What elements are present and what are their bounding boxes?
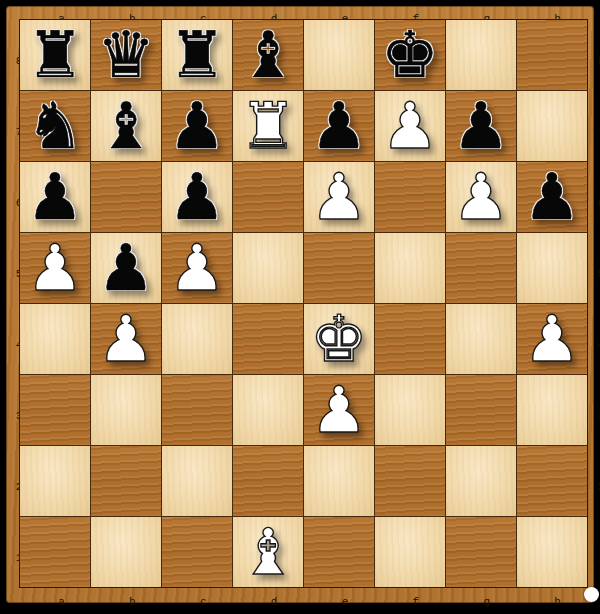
square-g1[interactable] <box>446 517 516 587</box>
square-h4[interactable]: ♟ <box>517 304 587 374</box>
rank-label-right-8: 8 <box>594 26 600 97</box>
square-g4[interactable] <box>446 304 516 374</box>
square-e2[interactable] <box>304 446 374 516</box>
square-a7[interactable]: ♞ <box>20 91 90 161</box>
square-c1[interactable] <box>162 517 232 587</box>
piece-black-knight[interactable]: ♞ <box>26 91 83 161</box>
piece-white-king[interactable]: ♚ <box>310 304 367 374</box>
square-d4[interactable] <box>233 304 303 374</box>
square-c7[interactable]: ♟ <box>162 91 232 161</box>
square-a1[interactable] <box>20 517 90 587</box>
rank-labels-right: 87654321 <box>594 26 600 593</box>
square-d1[interactable]: ♝ <box>233 517 303 587</box>
rank-label-right-5: 5 <box>594 239 600 310</box>
piece-black-pawn[interactable]: ♟ <box>168 91 225 161</box>
square-h1[interactable] <box>517 517 587 587</box>
piece-white-pawn[interactable]: ♟ <box>523 304 580 374</box>
piece-white-pawn[interactable]: ♟ <box>310 162 367 232</box>
chess-board: ♜♛♜♝♚♞♝♟♜♟♟♟♟♟♟♟♟♟♟♟♟♚♟♟♝ <box>20 20 587 587</box>
side-to-move-indicator <box>584 587 599 602</box>
piece-white-pawn[interactable]: ♟ <box>168 233 225 303</box>
file-label-bottom-h: h <box>522 594 593 609</box>
square-b1[interactable] <box>91 517 161 587</box>
piece-black-king[interactable]: ♚ <box>381 20 438 90</box>
square-a4[interactable] <box>20 304 90 374</box>
square-b8[interactable]: ♛ <box>91 20 161 90</box>
piece-white-pawn[interactable]: ♟ <box>26 233 83 303</box>
file-labels-bottom: abcdefgh <box>26 594 593 609</box>
square-c8[interactable]: ♜ <box>162 20 232 90</box>
square-e3[interactable]: ♟ <box>304 375 374 445</box>
square-b5[interactable]: ♟ <box>91 233 161 303</box>
piece-white-pawn[interactable]: ♟ <box>452 162 509 232</box>
square-a8[interactable]: ♜ <box>20 20 90 90</box>
piece-white-pawn[interactable]: ♟ <box>97 304 154 374</box>
file-label-bottom-d: d <box>239 594 310 609</box>
square-f1[interactable] <box>375 517 445 587</box>
rank-label-right-6: 6 <box>594 168 600 239</box>
board-border: ♜♛♜♝♚♞♝♟♜♟♟♟♟♟♟♟♟♟♟♟♟♚♟♟♝ <box>19 19 588 588</box>
square-h8[interactable] <box>517 20 587 90</box>
square-d7[interactable]: ♜ <box>233 91 303 161</box>
piece-black-pawn[interactable]: ♟ <box>26 162 83 232</box>
piece-black-pawn[interactable]: ♟ <box>452 91 509 161</box>
chess-app-window: { "game": "chess", "position": { "fen": … <box>0 0 600 614</box>
file-label-bottom-a: a <box>26 594 97 609</box>
square-g8[interactable] <box>446 20 516 90</box>
square-b6[interactable] <box>91 162 161 232</box>
piece-white-pawn[interactable]: ♟ <box>310 375 367 445</box>
piece-white-pawn[interactable]: ♟ <box>381 91 438 161</box>
square-h6[interactable]: ♟ <box>517 162 587 232</box>
square-e4[interactable]: ♚ <box>304 304 374 374</box>
rank-label-right-2: 2 <box>594 451 600 522</box>
square-g5[interactable] <box>446 233 516 303</box>
file-label-bottom-g: g <box>451 594 522 609</box>
file-label-bottom-c: c <box>168 594 239 609</box>
piece-black-bishop[interactable]: ♝ <box>97 91 154 161</box>
piece-black-bishop[interactable]: ♝ <box>239 20 296 90</box>
square-f3[interactable] <box>375 375 445 445</box>
piece-white-bishop[interactable]: ♝ <box>239 517 296 587</box>
square-e6[interactable]: ♟ <box>304 162 374 232</box>
board-frame: abcdefgh abcdefgh 87654321 87654321 ♜♛♜♝… <box>6 6 594 603</box>
square-d6[interactable] <box>233 162 303 232</box>
piece-black-pawn[interactable]: ♟ <box>310 91 367 161</box>
square-f8[interactable]: ♚ <box>375 20 445 90</box>
square-g7[interactable]: ♟ <box>446 91 516 161</box>
square-c4[interactable] <box>162 304 232 374</box>
square-f6[interactable] <box>375 162 445 232</box>
square-d2[interactable] <box>233 446 303 516</box>
square-h3[interactable] <box>517 375 587 445</box>
square-f5[interactable] <box>375 233 445 303</box>
square-f2[interactable] <box>375 446 445 516</box>
file-label-bottom-b: b <box>97 594 168 609</box>
square-f4[interactable] <box>375 304 445 374</box>
square-a2[interactable] <box>20 446 90 516</box>
square-e7[interactable]: ♟ <box>304 91 374 161</box>
file-label-bottom-e: e <box>310 594 381 609</box>
square-b4[interactable]: ♟ <box>91 304 161 374</box>
rank-label-right-4: 4 <box>594 310 600 381</box>
square-c5[interactable]: ♟ <box>162 233 232 303</box>
square-c3[interactable] <box>162 375 232 445</box>
rank-label-right-3: 3 <box>594 380 600 451</box>
piece-white-rook[interactable]: ♜ <box>239 91 296 161</box>
square-d8[interactable]: ♝ <box>233 20 303 90</box>
piece-black-pawn[interactable]: ♟ <box>168 162 225 232</box>
square-d3[interactable] <box>233 375 303 445</box>
square-e5[interactable] <box>304 233 374 303</box>
square-h2[interactable] <box>517 446 587 516</box>
square-a3[interactable] <box>20 375 90 445</box>
piece-black-queen[interactable]: ♛ <box>97 20 154 90</box>
rank-label-right-1: 1 <box>594 522 600 593</box>
piece-black-pawn[interactable]: ♟ <box>523 162 580 232</box>
square-c6[interactable]: ♟ <box>162 162 232 232</box>
rank-label-right-7: 7 <box>594 97 600 168</box>
file-label-bottom-f: f <box>380 594 451 609</box>
square-a5[interactable]: ♟ <box>20 233 90 303</box>
square-b7[interactable]: ♝ <box>91 91 161 161</box>
square-f7[interactable]: ♟ <box>375 91 445 161</box>
square-d5[interactable] <box>233 233 303 303</box>
square-e1[interactable] <box>304 517 374 587</box>
square-h5[interactable] <box>517 233 587 303</box>
piece-black-rook[interactable]: ♜ <box>168 20 225 90</box>
piece-black-rook[interactable]: ♜ <box>26 20 83 90</box>
square-b3[interactable] <box>91 375 161 445</box>
square-g3[interactable] <box>446 375 516 445</box>
square-g2[interactable] <box>446 446 516 516</box>
square-a6[interactable]: ♟ <box>20 162 90 232</box>
square-g6[interactable]: ♟ <box>446 162 516 232</box>
square-b2[interactable] <box>91 446 161 516</box>
square-c2[interactable] <box>162 446 232 516</box>
piece-black-pawn[interactable]: ♟ <box>97 233 154 303</box>
square-e8[interactable] <box>304 20 374 90</box>
square-h7[interactable] <box>517 91 587 161</box>
